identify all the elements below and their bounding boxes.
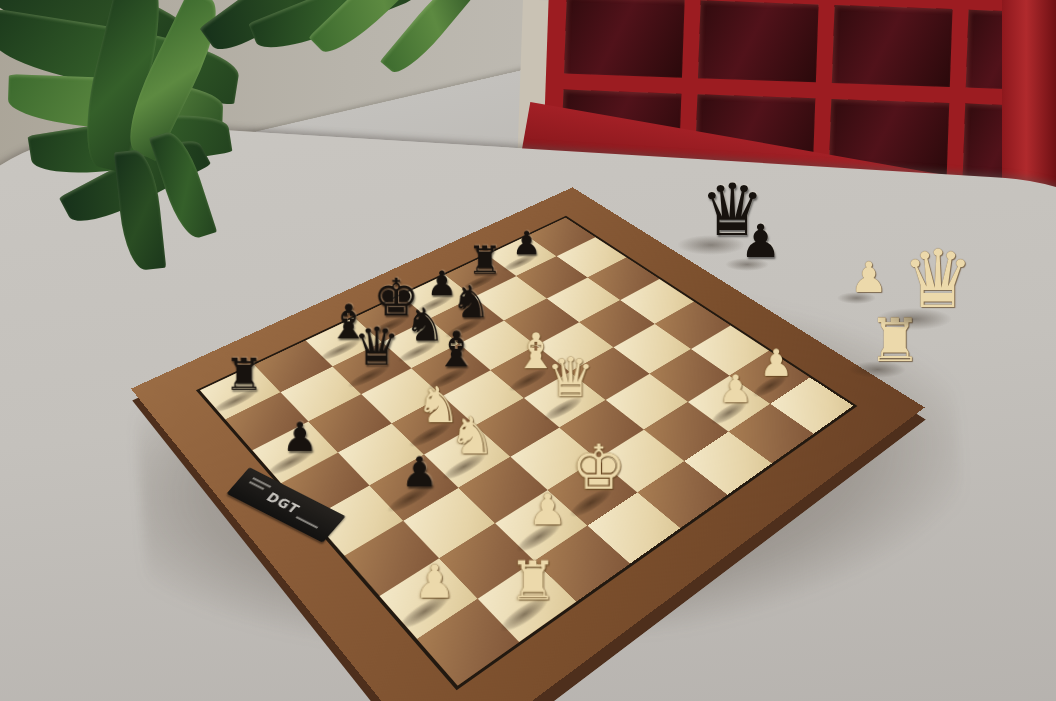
photo-scene: { "game": "chess", "scene_description": … bbox=[0, 0, 1056, 701]
offboard-white-pawn[interactable]: ♟ bbox=[850, 258, 888, 298]
piece-black-knight[interactable]: ♞ bbox=[451, 282, 491, 324]
dgt-logo: DGT bbox=[263, 490, 303, 517]
piece-white-king[interactable]: ♚ bbox=[571, 438, 626, 497]
piece-white-rook[interactable]: ♜ bbox=[510, 556, 558, 607]
offboard-white-queen[interactable]: ♛ bbox=[902, 242, 974, 318]
piece-white-pawn[interactable]: ♟ bbox=[414, 560, 455, 604]
piece-black-rook[interactable]: ♜ bbox=[468, 242, 503, 279]
board-grid: ♜♝♚♟♜♟♛♞♞♟♝♞♝♟♞♛♟♟♚♟♟♜ bbox=[196, 216, 858, 690]
piece-black-pawn[interactable]: ♟ bbox=[401, 452, 438, 492]
piece-white-queen[interactable]: ♛ bbox=[546, 352, 595, 404]
piece-white-pawn[interactable]: ♟ bbox=[759, 345, 792, 380]
board-frame: ♜♝♚♟♜♟♛♞♞♟♝♞♝♟♞♛♟♟♚♟♟♜ bbox=[131, 187, 925, 701]
piece-black-queen[interactable]: ♛ bbox=[353, 322, 400, 372]
piece-black-bishop[interactable]: ♝ bbox=[434, 327, 478, 373]
square-a6[interactable]: ♟ bbox=[252, 421, 338, 483]
piece-black-pawn[interactable]: ♟ bbox=[512, 228, 541, 259]
piece-white-pawn[interactable]: ♟ bbox=[718, 371, 752, 407]
piece-black-rook[interactable]: ♜ bbox=[225, 354, 264, 396]
piece-white-knight[interactable]: ♞ bbox=[450, 412, 496, 461]
chess-board: ♜♝♚♟♜♟♛♞♞♟♝♞♝♟♞♛♟♟♚♟♟♜ bbox=[131, 187, 925, 701]
piece-white-pawn[interactable]: ♟ bbox=[528, 489, 567, 530]
offboard-black-pawn[interactable]: ♟ bbox=[740, 220, 781, 264]
piece-black-pawn[interactable]: ♟ bbox=[282, 418, 318, 456]
